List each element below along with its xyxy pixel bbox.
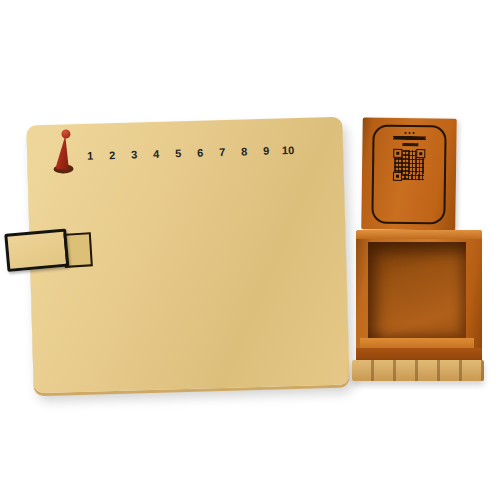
column-label: 5 — [167, 147, 189, 160]
box-front-rim — [360, 338, 474, 348]
code-bar — [402, 143, 418, 146]
red-peg — [53, 129, 75, 171]
box-base — [352, 360, 484, 381]
column-label: 7 — [211, 146, 233, 159]
number-card — [4, 229, 69, 272]
column-label: 3 — [123, 148, 145, 161]
box-interior — [368, 242, 466, 338]
column-label: 6 — [189, 146, 211, 159]
qr-code — [394, 150, 424, 180]
qr-marker — [416, 149, 425, 158]
column-label: 9 — [255, 144, 277, 157]
column-label: 10 — [277, 144, 299, 157]
brand-ribbon — [392, 136, 426, 140]
column-label: 2 — [101, 149, 123, 162]
logo-dots-icon — [405, 132, 415, 134]
column-label: 8 — [233, 145, 255, 158]
column-label: 4 — [145, 148, 167, 161]
column-numbers: 12345678910 — [79, 144, 299, 162]
product-photo: 12345678910 — [0, 0, 500, 500]
qr-marker — [393, 149, 402, 158]
box-lid — [361, 117, 457, 230]
lid-print-outline — [371, 124, 446, 224]
box-body — [356, 230, 482, 364]
multiplication-board: 12345678910 — [26, 117, 349, 394]
column-label: 1 — [79, 149, 101, 162]
qr-marker — [393, 172, 402, 181]
